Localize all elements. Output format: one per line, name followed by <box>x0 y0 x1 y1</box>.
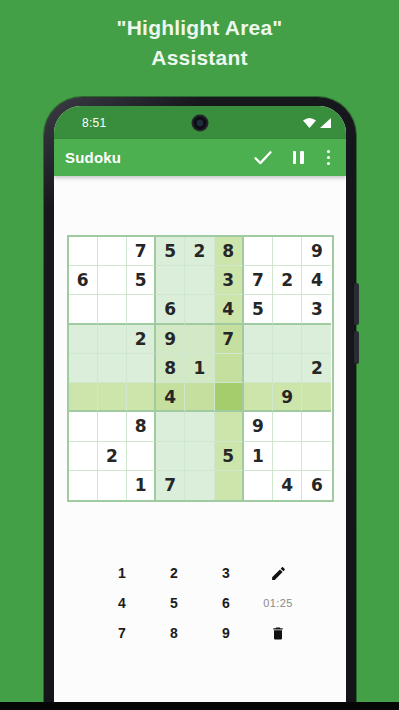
cell-r4c9[interactable] <box>302 325 331 354</box>
cell-r8c4[interactable] <box>156 442 185 471</box>
power-button <box>354 331 359 364</box>
cell-r8c9[interactable] <box>302 442 331 471</box>
cell-r1c4[interactable]: 5 <box>156 237 185 266</box>
pencil-button[interactable] <box>252 558 304 588</box>
cell-r5c8[interactable] <box>273 354 302 383</box>
cell-r5c9[interactable]: 2 <box>302 354 331 383</box>
cell-r3c8[interactable] <box>273 295 302 324</box>
cell-r2c2[interactable] <box>98 266 127 295</box>
cell-r4c4[interactable]: 9 <box>156 325 185 354</box>
app-bar-actions <box>254 150 333 166</box>
numpad-4[interactable]: 4 <box>96 588 148 618</box>
numpad-1[interactable]: 1 <box>96 558 148 588</box>
cell-r5c6[interactable] <box>215 354 244 383</box>
page-title-line2: Assistant <box>0 43 399 73</box>
numpad: 1 2 3 4 5 6 01:25 7 8 9 <box>96 558 304 648</box>
app-bar: Sudoku <box>54 139 346 176</box>
phone-frame: 8:51 Sudoku <box>44 97 356 710</box>
cell-r9c1[interactable] <box>69 471 98 500</box>
cell-r3c6[interactable]: 4 <box>215 295 244 324</box>
cell-r7c5[interactable] <box>185 412 214 441</box>
menu-button[interactable] <box>325 150 333 166</box>
cell-r7c3[interactable]: 8 <box>127 412 156 441</box>
cell-r5c1[interactable] <box>69 354 98 383</box>
cell-r1c1[interactable] <box>69 237 98 266</box>
cell-r6c9[interactable] <box>302 383 331 412</box>
cell-r7c4[interactable] <box>156 412 185 441</box>
cell-r8c6[interactable]: 5 <box>215 442 244 471</box>
cell-r7c9[interactable] <box>302 412 331 441</box>
numpad-7[interactable]: 7 <box>96 618 148 648</box>
numpad-3[interactable]: 3 <box>200 558 252 588</box>
cell-r3c3[interactable] <box>127 295 156 324</box>
cell-r3c7[interactable]: 5 <box>244 295 273 324</box>
cell-r8c8[interactable] <box>273 442 302 471</box>
cell-r6c7[interactable] <box>244 383 273 412</box>
cell-r1c5[interactable]: 2 <box>185 237 214 266</box>
app-title: Sudoku <box>65 149 254 166</box>
cell-r6c4[interactable]: 4 <box>156 383 185 412</box>
cell-r2c8[interactable]: 2 <box>273 266 302 295</box>
check-button[interactable] <box>254 150 272 165</box>
cell-r9c4[interactable]: 7 <box>156 471 185 500</box>
status-icons <box>303 114 331 132</box>
phone-screen: 8:51 Sudoku <box>54 106 346 710</box>
cell-r5c2[interactable] <box>98 354 127 383</box>
cell-r1c3[interactable]: 7 <box>127 237 156 266</box>
cell-r1c8[interactable] <box>273 237 302 266</box>
cell-r5c5[interactable]: 1 <box>185 354 214 383</box>
wifi-icon <box>303 114 316 132</box>
cell-r5c3[interactable] <box>127 354 156 383</box>
cell-r4c8[interactable] <box>273 325 302 354</box>
game-timer: 01:25 <box>252 588 304 618</box>
numpad-9[interactable]: 9 <box>200 618 252 648</box>
cell-r4c1[interactable] <box>69 325 98 354</box>
cell-r2c1[interactable]: 6 <box>69 266 98 295</box>
numpad-5[interactable]: 5 <box>148 588 200 618</box>
cell-r1c7[interactable] <box>244 237 273 266</box>
cell-r4c2[interactable] <box>98 325 127 354</box>
cell-r6c3[interactable] <box>127 383 156 412</box>
cell-r9c7[interactable] <box>244 471 273 500</box>
cell-r4c3[interactable]: 2 <box>127 325 156 354</box>
cell-r2c9[interactable]: 4 <box>302 266 331 295</box>
cell-r6c6[interactable] <box>215 383 244 412</box>
cell-r6c8[interactable]: 9 <box>273 383 302 412</box>
page-title-line1: "Highlight Area" <box>0 13 399 43</box>
game-content: 75289653724645329781249892511746 1 2 3 4… <box>54 235 346 648</box>
cell-r3c4[interactable]: 6 <box>156 295 185 324</box>
cell-r6c5[interactable] <box>185 383 214 412</box>
cell-r8c1[interactable] <box>69 442 98 471</box>
cell-r9c5[interactable] <box>185 471 214 500</box>
signal-icon <box>320 114 331 132</box>
cell-r8c3[interactable] <box>127 442 156 471</box>
cell-r7c2[interactable] <box>98 412 127 441</box>
pause-button[interactable] <box>293 151 304 164</box>
cell-r8c5[interactable] <box>185 442 214 471</box>
cell-r2c5[interactable] <box>185 266 214 295</box>
sudoku-board[interactable]: 75289653724645329781249892511746 <box>67 235 334 502</box>
cell-r3c2[interactable] <box>98 295 127 324</box>
cell-r3c5[interactable] <box>185 295 214 324</box>
page-title: "Highlight Area" Assistant <box>0 0 399 73</box>
cell-r6c1[interactable] <box>69 383 98 412</box>
page-background: { "header": { "title_line1": "\"Highligh… <box>0 0 399 710</box>
cell-r7c6[interactable] <box>215 412 244 441</box>
cell-r4c6[interactable]: 7 <box>215 325 244 354</box>
cell-r2c4[interactable] <box>156 266 185 295</box>
cell-r6c2[interactable] <box>98 383 127 412</box>
cell-r9c2[interactable] <box>98 471 127 500</box>
cell-r2c6[interactable]: 3 <box>215 266 244 295</box>
camera-lens <box>197 119 204 126</box>
cell-r7c8[interactable] <box>273 412 302 441</box>
numpad-6[interactable]: 6 <box>200 588 252 618</box>
numpad-8[interactable]: 8 <box>148 618 200 648</box>
cell-r9c6[interactable] <box>215 471 244 500</box>
cell-r3c1[interactable] <box>69 295 98 324</box>
cell-r3c9[interactable]: 3 <box>302 295 331 324</box>
camera-icon <box>192 114 209 131</box>
cell-r8c7[interactable]: 1 <box>244 442 273 471</box>
status-bar: 8:51 <box>54 106 346 139</box>
cell-r1c2[interactable] <box>98 237 127 266</box>
numpad-2[interactable]: 2 <box>148 558 200 588</box>
cell-r5c4[interactable]: 8 <box>156 354 185 383</box>
cell-r1c9[interactable]: 9 <box>302 237 331 266</box>
volume-button <box>354 283 359 325</box>
trash-button[interactable] <box>252 618 304 648</box>
cell-r7c1[interactable] <box>69 412 98 441</box>
cell-r9c9[interactable]: 6 <box>302 471 331 500</box>
status-time: 8:51 <box>82 116 107 130</box>
bottom-strip <box>0 702 399 710</box>
cell-r2c7[interactable]: 7 <box>244 266 273 295</box>
cell-r4c7[interactable] <box>244 325 273 354</box>
cell-r9c8[interactable]: 4 <box>273 471 302 500</box>
cell-r7c7[interactable]: 9 <box>244 412 273 441</box>
cell-r2c3[interactable]: 5 <box>127 266 156 295</box>
cell-r1c6[interactable]: 8 <box>215 237 244 266</box>
cell-r4c5[interactable] <box>185 325 214 354</box>
cell-r9c3[interactable]: 1 <box>127 471 156 500</box>
cell-r8c2[interactable]: 2 <box>98 442 127 471</box>
cell-r5c7[interactable] <box>244 354 273 383</box>
